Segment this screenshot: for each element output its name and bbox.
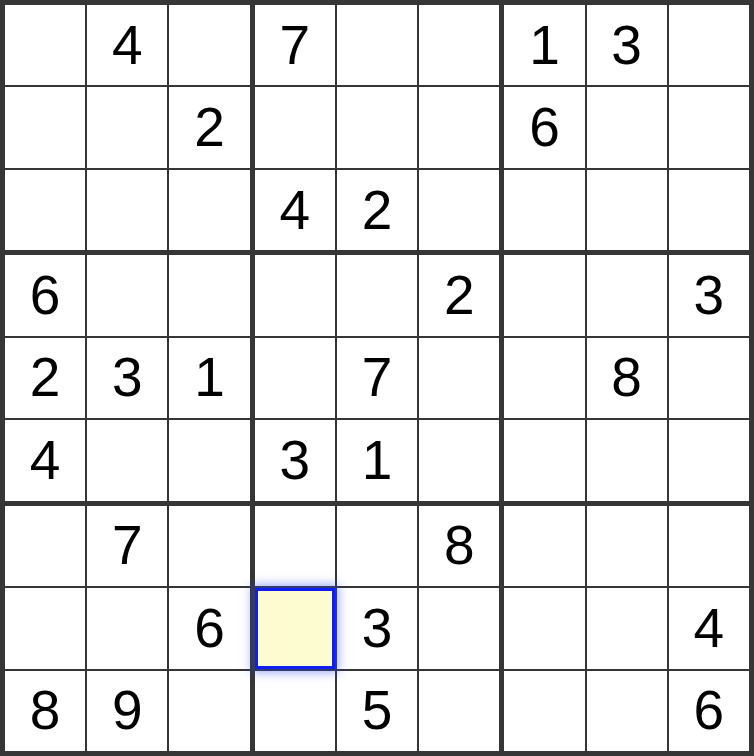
cell-r4c3[interactable] — [169, 255, 249, 335]
cell-r9c4[interactable] — [255, 671, 335, 751]
cell-r2c2[interactable] — [87, 87, 167, 167]
cell-r7c3[interactable] — [169, 506, 249, 586]
cell-r5c3[interactable]: 1 — [169, 338, 249, 418]
cell-r5c8[interactable]: 8 — [587, 338, 667, 418]
cell-r5c5[interactable]: 7 — [337, 338, 417, 418]
cell-r1c8[interactable]: 3 — [587, 5, 667, 85]
cell-r8c8[interactable] — [587, 588, 667, 668]
cell-r7c7[interactable] — [504, 506, 584, 586]
cell-r7c4[interactable] — [255, 506, 335, 586]
cell-r8c1[interactable] — [5, 588, 85, 668]
cell-r9c9[interactable]: 6 — [669, 671, 749, 751]
cell-r8c6[interactable] — [419, 588, 499, 668]
cell-r8c9[interactable]: 4 — [669, 588, 749, 668]
cell-r9c5[interactable]: 5 — [337, 671, 417, 751]
box-4: 62314 — [5, 255, 250, 500]
cell-r9c3[interactable] — [169, 671, 249, 751]
cell-r5c7[interactable] — [504, 338, 584, 418]
cell-r3c6[interactable] — [419, 170, 499, 250]
cell-r6c4[interactable]: 3 — [255, 420, 335, 500]
cell-r1c7[interactable]: 1 — [504, 5, 584, 85]
cell-r7c1[interactable] — [5, 506, 85, 586]
cell-r4c7[interactable] — [504, 255, 584, 335]
cell-r9c2[interactable]: 9 — [87, 671, 167, 751]
cell-r4c8[interactable] — [587, 255, 667, 335]
cell-r2c8[interactable] — [587, 87, 667, 167]
cell-r4c1[interactable]: 6 — [5, 255, 85, 335]
cell-r3c3[interactable] — [169, 170, 249, 250]
cell-r7c8[interactable] — [587, 506, 667, 586]
cell-r5c6[interactable] — [419, 338, 499, 418]
cell-r2c5[interactable] — [337, 87, 417, 167]
cell-r8c5[interactable]: 3 — [337, 588, 417, 668]
cell-r6c6[interactable] — [419, 420, 499, 500]
box-8: 835 — [255, 506, 500, 751]
box-1: 42 — [5, 5, 250, 250]
cell-r6c3[interactable] — [169, 420, 249, 500]
cell-r1c1[interactable] — [5, 5, 85, 85]
cell-r8c3[interactable]: 6 — [169, 588, 249, 668]
cell-r2c4[interactable] — [255, 87, 335, 167]
cell-r3c7[interactable] — [504, 170, 584, 250]
cell-r6c9[interactable] — [669, 420, 749, 500]
cell-r3c8[interactable] — [587, 170, 667, 250]
box-3: 136 — [504, 5, 749, 250]
cell-r8c7[interactable] — [504, 588, 584, 668]
cell-r6c1[interactable]: 4 — [5, 420, 85, 500]
cell-r6c8[interactable] — [587, 420, 667, 500]
cell-r3c2[interactable] — [87, 170, 167, 250]
cell-r5c2[interactable]: 3 — [87, 338, 167, 418]
cell-r5c4[interactable] — [255, 338, 335, 418]
cell-r9c6[interactable] — [419, 671, 499, 751]
cell-r6c2[interactable] — [87, 420, 167, 500]
sudoku-board: 4274213662314273138768983546 — [0, 0, 754, 756]
cell-r4c6[interactable]: 2 — [419, 255, 499, 335]
cell-r7c5[interactable] — [337, 506, 417, 586]
cell-r7c9[interactable] — [669, 506, 749, 586]
box-5: 2731 — [255, 255, 500, 500]
cell-r1c3[interactable] — [169, 5, 249, 85]
cell-r3c1[interactable] — [5, 170, 85, 250]
cell-r1c2[interactable]: 4 — [87, 5, 167, 85]
box-6: 38 — [504, 255, 749, 500]
cell-r6c5[interactable]: 1 — [337, 420, 417, 500]
cell-r2c9[interactable] — [669, 87, 749, 167]
cell-r3c9[interactable] — [669, 170, 749, 250]
cell-r1c9[interactable] — [669, 5, 749, 85]
cell-r4c9[interactable]: 3 — [669, 255, 749, 335]
cell-r1c4[interactable]: 7 — [255, 5, 335, 85]
cell-r5c9[interactable] — [669, 338, 749, 418]
cell-r7c2[interactable]: 7 — [87, 506, 167, 586]
box-9: 46 — [504, 506, 749, 751]
cell-r9c7[interactable] — [504, 671, 584, 751]
cell-r3c5[interactable]: 2 — [337, 170, 417, 250]
cell-r1c6[interactable] — [419, 5, 499, 85]
cell-r4c4[interactable] — [255, 255, 335, 335]
cell-r5c1[interactable]: 2 — [5, 338, 85, 418]
cell-r6c7[interactable] — [504, 420, 584, 500]
cell-r1c5[interactable] — [337, 5, 417, 85]
box-2: 742 — [255, 5, 500, 250]
box-7: 7689 — [5, 506, 250, 751]
cell-r2c6[interactable] — [419, 87, 499, 167]
cell-r7c6[interactable]: 8 — [419, 506, 499, 586]
cell-r4c2[interactable] — [87, 255, 167, 335]
cell-r2c1[interactable] — [5, 87, 85, 167]
cell-r2c7[interactable]: 6 — [504, 87, 584, 167]
cell-r9c1[interactable]: 8 — [5, 671, 85, 751]
cell-r9c8[interactable] — [587, 671, 667, 751]
cell-r2c3[interactable]: 2 — [169, 87, 249, 167]
cell-r8c4[interactable] — [255, 588, 335, 668]
cell-r3c4[interactable]: 4 — [255, 170, 335, 250]
cell-r8c2[interactable] — [87, 588, 167, 668]
cell-r4c5[interactable] — [337, 255, 417, 335]
